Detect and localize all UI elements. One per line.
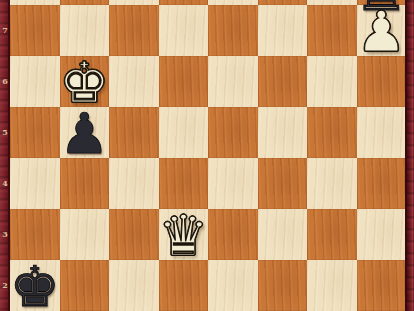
square-c2 <box>109 260 159 311</box>
square-b5: ♟ <box>60 107 110 158</box>
square-c7 <box>109 5 159 56</box>
square-e6 <box>208 56 258 107</box>
square-g7 <box>307 5 357 56</box>
square-b4 <box>60 158 110 209</box>
square-d5 <box>159 107 209 158</box>
square-f6 <box>258 56 308 107</box>
square-a6 <box>10 56 60 107</box>
rank-label-4: 4 <box>0 178 10 188</box>
square-d3: ♛ <box>159 209 209 260</box>
rank-label-6: 6 <box>0 76 10 86</box>
square-b6: ♚ <box>60 56 110 107</box>
white-pawn-piece: ♟ <box>357 7 407 58</box>
square-e2 <box>208 260 258 311</box>
square-c3 <box>109 209 159 260</box>
rank-label-5: 5 <box>0 127 10 137</box>
white-queen-piece: ♛ <box>159 211 209 262</box>
square-h6 <box>357 56 407 107</box>
square-f4 <box>258 158 308 209</box>
square-h2 <box>357 260 407 311</box>
square-c5 <box>109 107 159 158</box>
square-d2 <box>159 260 209 311</box>
rank-label-2: 2 <box>0 280 10 290</box>
square-a7 <box>10 5 60 56</box>
square-e7 <box>208 5 258 56</box>
board-frame-left: 765432 <box>0 0 10 311</box>
square-d7 <box>159 5 209 56</box>
square-g5 <box>307 107 357 158</box>
square-e3 <box>208 209 258 260</box>
square-d4 <box>159 158 209 209</box>
rank-label-7: 7 <box>0 25 10 35</box>
square-a5 <box>10 107 60 158</box>
square-g6 <box>307 56 357 107</box>
square-h3 <box>357 209 407 260</box>
square-c4 <box>109 158 159 209</box>
rank-label-3: 3 <box>0 229 10 239</box>
square-a3 <box>10 209 60 260</box>
square-h7: ♟ <box>357 5 407 56</box>
square-a4 <box>10 158 60 209</box>
square-d6 <box>159 56 209 107</box>
square-f3 <box>258 209 308 260</box>
square-f7 <box>258 5 308 56</box>
black-king-piece: ♚ <box>10 262 60 311</box>
square-f5 <box>258 107 308 158</box>
board-frame-right <box>405 0 414 311</box>
chess-board: ♜♟♚♟♛♚ <box>10 0 406 311</box>
square-f2 <box>258 260 308 311</box>
square-b2 <box>60 260 110 311</box>
square-g3 <box>307 209 357 260</box>
square-h4 <box>357 158 407 209</box>
square-g4 <box>307 158 357 209</box>
square-g2 <box>307 260 357 311</box>
square-e4 <box>208 158 258 209</box>
square-e5 <box>208 107 258 158</box>
square-h5 <box>357 107 407 158</box>
square-b7 <box>60 5 110 56</box>
black-pawn-piece: ♟ <box>60 109 110 160</box>
square-c6 <box>109 56 159 107</box>
square-b3 <box>60 209 110 260</box>
white-king-piece: ♚ <box>60 58 110 109</box>
square-a2: ♚ <box>10 260 60 311</box>
chess-diagram: ♜♟♚♟♛♚ 765432 <box>0 0 414 311</box>
